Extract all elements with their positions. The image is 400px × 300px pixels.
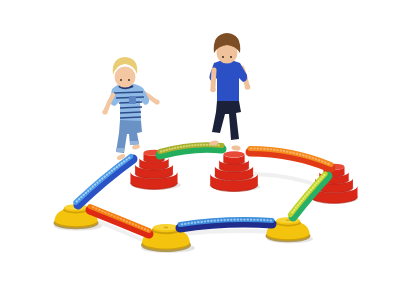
boy-left-arm <box>213 70 214 87</box>
child-boy <box>209 33 250 151</box>
balance-beam-left-blue <box>76 156 133 205</box>
toddler-left-cuff <box>116 148 124 152</box>
toddler-left-hand <box>102 109 107 114</box>
boy-pants <box>212 101 241 140</box>
photo-canvas <box>0 0 400 300</box>
beam-side <box>78 159 133 205</box>
balance-course-scene <box>0 0 400 300</box>
toddler-face <box>115 67 136 88</box>
toddler-right-hand <box>154 99 159 104</box>
boy-right-hand <box>245 84 251 90</box>
balance-beam-bottom-navy <box>180 220 272 228</box>
child-toddler <box>102 57 159 161</box>
boy-left-hand <box>210 87 216 93</box>
red-stepping-cone-center <box>210 151 258 191</box>
toddler-right-cuff <box>130 141 139 145</box>
boy-right-foot <box>231 145 241 151</box>
balance-beam-top-green <box>160 145 222 155</box>
balance-beam-right-orange <box>250 149 331 169</box>
toddler-chest-pocket <box>129 96 136 104</box>
